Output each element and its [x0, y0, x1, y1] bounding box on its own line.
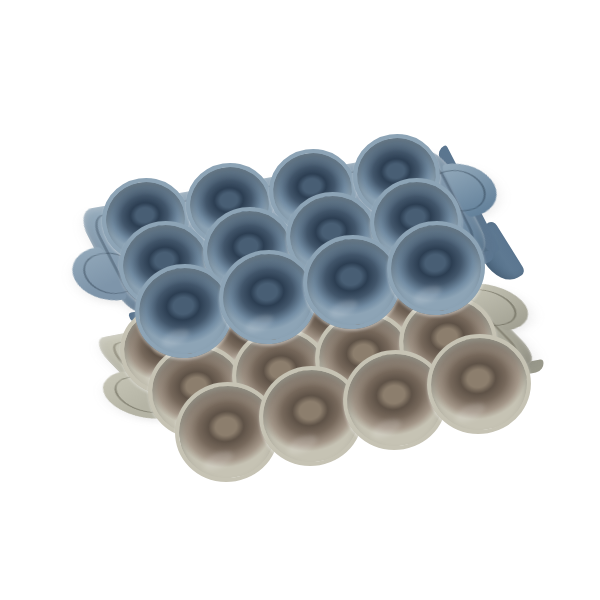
- cup-highlight: [201, 447, 235, 474]
- cup-highlight: [328, 296, 360, 321]
- cup-highlight: [285, 431, 319, 458]
- cup-highlight: [411, 282, 443, 307]
- cup-highlight: [453, 399, 487, 426]
- cup-highlight: [369, 415, 403, 442]
- product-photo-canvas: [0, 0, 600, 600]
- cup-highlight: [160, 325, 192, 350]
- cup-highlight: [244, 311, 276, 336]
